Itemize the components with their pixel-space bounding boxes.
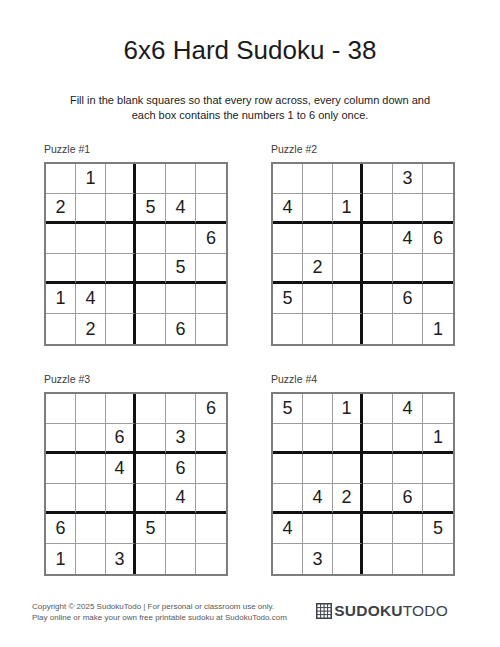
puzzle3-cell-r4c5: 4	[166, 484, 196, 514]
puzzle2-cell-r6c5	[393, 314, 423, 344]
puzzle4-cell-r3c5	[393, 454, 423, 484]
sudokutodo-logo: SUDOKU TODO	[316, 602, 448, 620]
puzzle2-cell-r1c4	[363, 164, 393, 194]
puzzle2-cell-r5c4	[363, 284, 393, 314]
puzzle2-cell-r3c3	[333, 224, 363, 254]
puzzle1-cell-r5c1: 1	[46, 284, 76, 314]
sudoku-board-2: 341462561	[271, 162, 455, 346]
puzzle-label-2: Puzzle #2	[271, 143, 455, 156]
puzzle4-cell-r3c2	[303, 454, 333, 484]
puzzle4-cell-r5c6: 5	[423, 514, 453, 544]
puzzle3-cell-r4c4	[136, 484, 166, 514]
puzzle2-cell-r2c2	[303, 194, 333, 224]
puzzle3-cell-r3c3: 4	[106, 454, 136, 484]
puzzle1-cell-r4c4	[136, 254, 166, 284]
puzzle-block-4: Puzzle #4 5141426453	[271, 373, 455, 576]
puzzle2-cell-r6c4	[363, 314, 393, 344]
puzzle3-cell-r5c2	[76, 514, 106, 544]
puzzle3-cell-r5c4: 5	[136, 514, 166, 544]
puzzle3-cell-r1c6: 6	[196, 394, 226, 424]
puzzle1-cell-r3c6: 6	[196, 224, 226, 254]
puzzle3-cell-r3c6	[196, 454, 226, 484]
puzzle3-cell-r4c2	[76, 484, 106, 514]
puzzle1-cell-r4c6	[196, 254, 226, 284]
puzzle2-cell-r4c6	[423, 254, 453, 284]
puzzle2-cell-r1c6	[423, 164, 453, 194]
puzzle3-cell-r3c1	[46, 454, 76, 484]
puzzle3-cell-r3c4	[136, 454, 166, 484]
puzzle1-cell-r3c4	[136, 224, 166, 254]
puzzle2-cell-r6c2	[303, 314, 333, 344]
sudoku-grid-icon	[316, 603, 332, 619]
puzzle3-cell-r6c5	[166, 544, 196, 574]
puzzle2-cell-r4c4	[363, 254, 393, 284]
puzzle3-cell-r2c4	[136, 424, 166, 454]
puzzle-grid-area: Puzzle #1 1254651426 Puzzle #2 341462561…	[44, 143, 500, 576]
puzzle1-cell-r1c5	[166, 164, 196, 194]
puzzle2-cell-r6c6: 1	[423, 314, 453, 344]
puzzle3-cell-r5c3	[106, 514, 136, 544]
puzzle4-cell-r1c1: 5	[273, 394, 303, 424]
logo-text-sudoku: SUDOKU	[334, 602, 402, 620]
puzzle1-cell-r5c2: 4	[76, 284, 106, 314]
puzzle3-cell-r2c1	[46, 424, 76, 454]
puzzle3-cell-r3c5: 6	[166, 454, 196, 484]
puzzle3-cell-r6c2	[76, 544, 106, 574]
puzzle3-cell-r6c4	[136, 544, 166, 574]
puzzle3-cell-r2c6	[196, 424, 226, 454]
puzzle3-cell-r1c2	[76, 394, 106, 424]
puzzle-label-4: Puzzle #4	[271, 373, 455, 386]
puzzle2-cell-r3c1	[273, 224, 303, 254]
puzzle1-cell-r6c3	[106, 314, 136, 344]
puzzle4-cell-r2c4	[363, 424, 393, 454]
puzzle3-cell-r6c6	[196, 544, 226, 574]
puzzle1-cell-r6c2: 2	[76, 314, 106, 344]
puzzle4-cell-r6c6	[423, 544, 453, 574]
page-title: 6x6 Hard Sudoku - 38	[0, 34, 500, 66]
puzzle1-cell-r4c1	[46, 254, 76, 284]
sudoku-board-1: 1254651426	[44, 162, 228, 346]
puzzle2-cell-r1c3	[333, 164, 363, 194]
puzzle4-cell-r4c3: 2	[333, 484, 363, 514]
puzzle1-cell-r2c1: 2	[46, 194, 76, 224]
puzzle2-cell-r2c6	[423, 194, 453, 224]
puzzle1-cell-r1c2: 1	[76, 164, 106, 194]
puzzle3-cell-r1c1	[46, 394, 76, 424]
instructions-line-1: Fill in the blank squares so that every …	[0, 93, 500, 108]
puzzle1-cell-r3c1	[46, 224, 76, 254]
puzzle1-cell-r2c4: 5	[136, 194, 166, 224]
puzzle2-cell-r5c3	[333, 284, 363, 314]
puzzle2-cell-r5c1: 5	[273, 284, 303, 314]
logo-text-todo: TODO	[403, 602, 448, 620]
puzzle1-cell-r5c6	[196, 284, 226, 314]
puzzle4-cell-r3c1	[273, 454, 303, 484]
puzzle3-cell-r2c5: 3	[166, 424, 196, 454]
puzzle3-cell-r4c3	[106, 484, 136, 514]
puzzle4-cell-r6c2: 3	[303, 544, 333, 574]
puzzle4-cell-r2c3	[333, 424, 363, 454]
puzzle1-cell-r3c5	[166, 224, 196, 254]
puzzle1-cell-r1c4	[136, 164, 166, 194]
puzzle4-cell-r2c1	[273, 424, 303, 454]
puzzle3-cell-r2c2	[76, 424, 106, 454]
puzzle4-cell-r3c3	[333, 454, 363, 484]
sudoku-board-4: 5141426453	[271, 392, 455, 576]
puzzle4-cell-r5c2	[303, 514, 333, 544]
puzzle4-cell-r6c4	[363, 544, 393, 574]
puzzle-label-1: Puzzle #1	[44, 143, 228, 156]
copyright-line-2: Play online or make your own free printa…	[32, 612, 287, 623]
puzzle4-cell-r1c2	[303, 394, 333, 424]
puzzle3-cell-r5c1: 6	[46, 514, 76, 544]
puzzle2-cell-r2c5	[393, 194, 423, 224]
puzzle4-cell-r1c3: 1	[333, 394, 363, 424]
puzzle1-cell-r2c5: 4	[166, 194, 196, 224]
puzzle1-cell-r1c1	[46, 164, 76, 194]
puzzle3-cell-r2c3: 6	[106, 424, 136, 454]
puzzle2-cell-r1c1	[273, 164, 303, 194]
puzzle2-cell-r4c5	[393, 254, 423, 284]
puzzle3-cell-r5c5	[166, 514, 196, 544]
puzzle4-cell-r6c5	[393, 544, 423, 574]
puzzle1-cell-r3c3	[106, 224, 136, 254]
puzzle2-cell-r3c5: 4	[393, 224, 423, 254]
instructions-line-2: each box contains the numbers 1 to 6 onl…	[0, 108, 500, 123]
puzzle2-cell-r3c4	[363, 224, 393, 254]
puzzle3-cell-r6c3: 3	[106, 544, 136, 574]
puzzle2-cell-r3c2	[303, 224, 333, 254]
puzzle4-cell-r2c5	[393, 424, 423, 454]
puzzle4-cell-r2c2	[303, 424, 333, 454]
puzzle4-cell-r4c5: 6	[393, 484, 423, 514]
puzzle1-cell-r3c2	[76, 224, 106, 254]
puzzle1-cell-r4c3	[106, 254, 136, 284]
puzzle2-cell-r5c6	[423, 284, 453, 314]
puzzle3-cell-r4c6	[196, 484, 226, 514]
puzzle3-cell-r5c6	[196, 514, 226, 544]
puzzle2-cell-r4c2: 2	[303, 254, 333, 284]
puzzle2-cell-r2c1: 4	[273, 194, 303, 224]
puzzle-block-2: Puzzle #2 341462561	[271, 143, 455, 346]
sudoku-board-3: 6634646513	[44, 392, 228, 576]
puzzle4-cell-r6c3	[333, 544, 363, 574]
puzzle1-cell-r5c5	[166, 284, 196, 314]
puzzle2-cell-r3c6: 6	[423, 224, 453, 254]
puzzle1-cell-r4c5: 5	[166, 254, 196, 284]
puzzle3-cell-r6c1: 1	[46, 544, 76, 574]
puzzle-block-1: Puzzle #1 1254651426	[44, 143, 228, 346]
puzzle2-cell-r2c4	[363, 194, 393, 224]
puzzle-label-3: Puzzle #3	[44, 373, 228, 386]
puzzle4-cell-r4c6	[423, 484, 453, 514]
puzzle4-cell-r6c1	[273, 544, 303, 574]
puzzle4-cell-r1c4	[363, 394, 393, 424]
puzzle2-cell-r1c5: 3	[393, 164, 423, 194]
puzzle1-cell-r4c2	[76, 254, 106, 284]
footer: Copyright © 2025 SudokuTodo | For person…	[32, 601, 448, 623]
puzzle4-cell-r4c1	[273, 484, 303, 514]
puzzle4-cell-r5c3	[333, 514, 363, 544]
puzzle4-cell-r4c2: 4	[303, 484, 333, 514]
puzzle4-cell-r5c5	[393, 514, 423, 544]
puzzle-block-3: Puzzle #3 6634646513	[44, 373, 228, 576]
copyright-text: Copyright © 2025 SudokuTodo | For person…	[32, 601, 287, 623]
instructions-text: Fill in the blank squares so that every …	[0, 93, 500, 123]
puzzle4-cell-r1c5: 4	[393, 394, 423, 424]
puzzle4-cell-r5c1: 4	[273, 514, 303, 544]
puzzle2-cell-r1c2	[303, 164, 333, 194]
puzzle3-cell-r1c5	[166, 394, 196, 424]
puzzle2-cell-r5c5: 6	[393, 284, 423, 314]
puzzle2-cell-r4c3	[333, 254, 363, 284]
puzzle1-cell-r2c6	[196, 194, 226, 224]
puzzle1-cell-r5c4	[136, 284, 166, 314]
puzzle1-cell-r5c3	[106, 284, 136, 314]
puzzle4-cell-r3c6	[423, 454, 453, 484]
puzzle1-cell-r1c6	[196, 164, 226, 194]
puzzle2-cell-r5c2	[303, 284, 333, 314]
puzzle2-cell-r6c3	[333, 314, 363, 344]
puzzle1-cell-r2c2	[76, 194, 106, 224]
puzzle1-cell-r6c6	[196, 314, 226, 344]
puzzle2-cell-r6c1	[273, 314, 303, 344]
puzzle2-cell-r2c3: 1	[333, 194, 363, 224]
copyright-line-1: Copyright © 2025 SudokuTodo | For person…	[32, 601, 287, 612]
puzzle4-cell-r2c6: 1	[423, 424, 453, 454]
puzzle4-cell-r5c4	[363, 514, 393, 544]
puzzle1-cell-r6c5: 6	[166, 314, 196, 344]
puzzle1-cell-r6c4	[136, 314, 166, 344]
puzzle2-cell-r4c1	[273, 254, 303, 284]
puzzle3-cell-r4c1	[46, 484, 76, 514]
puzzle1-cell-r2c3	[106, 194, 136, 224]
puzzle1-cell-r6c1	[46, 314, 76, 344]
puzzle3-cell-r3c2	[76, 454, 106, 484]
puzzle3-cell-r1c4	[136, 394, 166, 424]
puzzle3-cell-r1c3	[106, 394, 136, 424]
puzzle4-cell-r4c4	[363, 484, 393, 514]
puzzle1-cell-r1c3	[106, 164, 136, 194]
puzzle4-cell-r1c6	[423, 394, 453, 424]
puzzle4-cell-r3c4	[363, 454, 393, 484]
